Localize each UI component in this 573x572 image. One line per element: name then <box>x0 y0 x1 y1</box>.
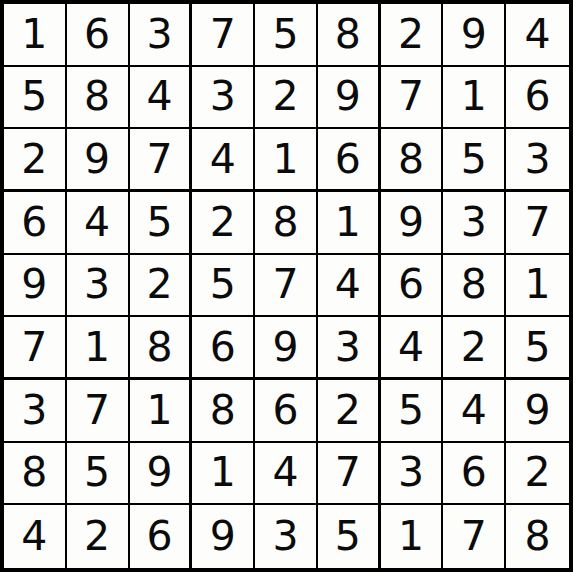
cell-digit: 5 <box>461 139 487 180</box>
cell-r9c7[interactable]: 1 <box>381 505 444 568</box>
cell-r6c3[interactable]: 8 <box>130 317 193 380</box>
cell-digit: 3 <box>84 264 110 305</box>
cell-r9c9[interactable]: 8 <box>506 505 569 568</box>
cell-r5c4[interactable]: 5 <box>192 255 255 318</box>
cell-digit: 2 <box>335 390 361 431</box>
cell-r4c7[interactable]: 9 <box>381 192 444 255</box>
cell-r6c6[interactable]: 3 <box>318 317 381 380</box>
cell-digit: 5 <box>146 202 172 243</box>
cell-digit: 7 <box>398 76 424 117</box>
cell-digit: 6 <box>210 327 236 368</box>
cell-r1c4[interactable]: 7 <box>192 4 255 67</box>
cell-r5c8[interactable]: 8 <box>443 255 506 318</box>
cell-digit: 4 <box>210 139 236 180</box>
cell-digit: 1 <box>272 139 298 180</box>
cell-digit: 7 <box>525 202 551 243</box>
cell-r9c2[interactable]: 2 <box>67 505 130 568</box>
cell-r7c7[interactable]: 5 <box>381 380 444 443</box>
cell-r2c8[interactable]: 1 <box>443 67 506 130</box>
cell-r1c2[interactable]: 6 <box>67 4 130 67</box>
cell-r6c8[interactable]: 2 <box>443 317 506 380</box>
cell-digit: 9 <box>21 264 47 305</box>
cell-digit: 7 <box>272 264 298 305</box>
sudoku-board: 1637582945843297162974168536452819379325… <box>0 0 573 572</box>
cell-digit: 4 <box>398 327 424 368</box>
cell-r3c1[interactable]: 2 <box>4 129 67 192</box>
cell-digit: 2 <box>146 264 172 305</box>
cell-r1c3[interactable]: 3 <box>130 4 193 67</box>
cell-digit: 1 <box>146 390 172 431</box>
cell-digit: 2 <box>398 14 424 55</box>
cell-r3c9[interactable]: 3 <box>506 129 569 192</box>
cell-r5c9[interactable]: 1 <box>506 255 569 318</box>
cell-r3c8[interactable]: 5 <box>443 129 506 192</box>
cell-digit: 4 <box>21 516 47 557</box>
cell-r5c1[interactable]: 9 <box>4 255 67 318</box>
cell-digit: 6 <box>398 264 424 305</box>
cell-r4c4[interactable]: 2 <box>192 192 255 255</box>
cell-digit: 3 <box>461 202 487 243</box>
cell-digit: 2 <box>84 516 110 557</box>
cell-digit: 8 <box>146 327 172 368</box>
cell-digit: 4 <box>84 202 110 243</box>
cell-r2c7[interactable]: 7 <box>381 67 444 130</box>
cell-r5c2[interactable]: 3 <box>67 255 130 318</box>
cell-r2c5[interactable]: 2 <box>255 67 318 130</box>
cell-r2c4[interactable]: 3 <box>192 67 255 130</box>
cell-r7c2[interactable]: 7 <box>67 380 130 443</box>
cell-digit: 2 <box>21 139 47 180</box>
cell-digit: 9 <box>525 390 551 431</box>
cell-digit: 8 <box>210 390 236 431</box>
cell-digit: 2 <box>210 202 236 243</box>
cell-r3c5[interactable]: 1 <box>255 129 318 192</box>
cell-digit: 1 <box>210 452 236 493</box>
cell-r2c1[interactable]: 5 <box>4 67 67 130</box>
cell-digit: 5 <box>335 516 361 557</box>
cell-digit: 1 <box>335 202 361 243</box>
cell-digit: 4 <box>272 452 298 493</box>
cell-digit: 9 <box>84 139 110 180</box>
cell-digit: 5 <box>272 14 298 55</box>
cell-r8c3[interactable]: 9 <box>130 443 193 506</box>
cell-r8c8[interactable]: 6 <box>443 443 506 506</box>
cell-r8c1[interactable]: 8 <box>4 443 67 506</box>
cell-digit: 3 <box>398 452 424 493</box>
cell-digit: 6 <box>21 202 47 243</box>
cell-r2c9[interactable]: 6 <box>506 67 569 130</box>
cell-r7c8[interactable]: 4 <box>443 380 506 443</box>
cell-digit: 9 <box>272 327 298 368</box>
cell-digit: 8 <box>335 14 361 55</box>
cell-r4c2[interactable]: 4 <box>67 192 130 255</box>
cell-r7c3[interactable]: 1 <box>130 380 193 443</box>
cell-r3c6[interactable]: 6 <box>318 129 381 192</box>
cell-r8c2[interactable]: 5 <box>67 443 130 506</box>
cell-digit: 2 <box>272 76 298 117</box>
cell-digit: 3 <box>272 516 298 557</box>
cell-digit: 7 <box>335 452 361 493</box>
cell-r7c4[interactable]: 8 <box>192 380 255 443</box>
cell-r2c3[interactable]: 4 <box>130 67 193 130</box>
cell-r5c5[interactable]: 7 <box>255 255 318 318</box>
cell-digit: 6 <box>335 139 361 180</box>
cell-digit: 9 <box>398 202 424 243</box>
cell-r1c6[interactable]: 8 <box>318 4 381 67</box>
cell-r1c1[interactable]: 1 <box>4 4 67 67</box>
cell-r3c7[interactable]: 8 <box>381 129 444 192</box>
cell-r6c2[interactable]: 1 <box>67 317 130 380</box>
cell-digit: 7 <box>210 14 236 55</box>
cell-digit: 7 <box>84 390 110 431</box>
cell-digit: 9 <box>335 76 361 117</box>
cell-digit: 8 <box>84 76 110 117</box>
cell-r8c4[interactable]: 1 <box>192 443 255 506</box>
cell-digit: 9 <box>461 14 487 55</box>
cell-r9c4[interactable]: 9 <box>192 505 255 568</box>
cell-digit: 5 <box>210 264 236 305</box>
cell-r2c6[interactable]: 9 <box>318 67 381 130</box>
cell-r3c2[interactable]: 9 <box>67 129 130 192</box>
cell-r6c5[interactable]: 9 <box>255 317 318 380</box>
cell-digit: 1 <box>84 327 110 368</box>
cell-digit: 3 <box>21 390 47 431</box>
cell-r1c5[interactable]: 5 <box>255 4 318 67</box>
cell-r1c7[interactable]: 2 <box>381 4 444 67</box>
cell-digit: 5 <box>398 390 424 431</box>
cell-r3c4[interactable]: 4 <box>192 129 255 192</box>
cell-digit: 4 <box>461 390 487 431</box>
cell-r7c5[interactable]: 6 <box>255 380 318 443</box>
cell-r8c9[interactable]: 2 <box>506 443 569 506</box>
cell-r9c8[interactable]: 7 <box>443 505 506 568</box>
cell-digit: 7 <box>461 516 487 557</box>
cell-r1c9[interactable]: 4 <box>506 4 569 67</box>
cell-digit: 2 <box>525 452 551 493</box>
cell-r4c1[interactable]: 6 <box>4 192 67 255</box>
cell-r9c1[interactable]: 4 <box>4 505 67 568</box>
cell-digit: 6 <box>146 516 172 557</box>
cell-r1c8[interactable]: 9 <box>443 4 506 67</box>
cell-digit: 3 <box>210 76 236 117</box>
cell-digit: 7 <box>146 139 172 180</box>
cell-digit: 7 <box>21 327 47 368</box>
cell-r4c8[interactable]: 3 <box>443 192 506 255</box>
cell-r8c7[interactable]: 3 <box>381 443 444 506</box>
cell-digit: 6 <box>461 452 487 493</box>
cell-r8c5[interactable]: 4 <box>255 443 318 506</box>
cell-r6c9[interactable]: 5 <box>506 317 569 380</box>
cell-r9c6[interactable]: 5 <box>318 505 381 568</box>
cell-r3c3[interactable]: 7 <box>130 129 193 192</box>
cell-r5c6[interactable]: 4 <box>318 255 381 318</box>
cell-digit: 8 <box>21 452 47 493</box>
cell-r7c1[interactable]: 3 <box>4 380 67 443</box>
cell-r6c1[interactable]: 7 <box>4 317 67 380</box>
cell-digit: 3 <box>335 327 361 368</box>
cell-digit: 8 <box>272 202 298 243</box>
cell-r6c4[interactable]: 6 <box>192 317 255 380</box>
cell-digit: 4 <box>146 76 172 117</box>
cell-digit: 3 <box>525 139 551 180</box>
cell-digit: 8 <box>525 516 551 557</box>
cell-digit: 5 <box>21 76 47 117</box>
cell-digit: 8 <box>461 264 487 305</box>
cell-digit: 1 <box>398 516 424 557</box>
cell-r5c7[interactable]: 6 <box>381 255 444 318</box>
cell-digit: 5 <box>525 327 551 368</box>
cell-digit: 4 <box>335 264 361 305</box>
cell-r4c3[interactable]: 5 <box>130 192 193 255</box>
cell-r7c6[interactable]: 2 <box>318 380 381 443</box>
cell-r5c3[interactable]: 2 <box>130 255 193 318</box>
cell-r4c5[interactable]: 8 <box>255 192 318 255</box>
cell-digit: 6 <box>272 390 298 431</box>
cell-digit: 6 <box>84 14 110 55</box>
cell-r4c9[interactable]: 7 <box>506 192 569 255</box>
cell-r9c5[interactable]: 3 <box>255 505 318 568</box>
cell-digit: 4 <box>525 14 551 55</box>
cell-r9c3[interactable]: 6 <box>130 505 193 568</box>
cell-digit: 1 <box>21 14 47 55</box>
cell-r6c7[interactable]: 4 <box>381 317 444 380</box>
cell-digit: 1 <box>461 76 487 117</box>
cell-digit: 5 <box>84 452 110 493</box>
cell-r7c9[interactable]: 9 <box>506 380 569 443</box>
cell-digit: 9 <box>146 452 172 493</box>
cell-digit: 6 <box>525 76 551 117</box>
cell-r2c2[interactable]: 8 <box>67 67 130 130</box>
cell-digit: 8 <box>398 139 424 180</box>
cell-digit: 3 <box>146 14 172 55</box>
cell-r8c6[interactable]: 7 <box>318 443 381 506</box>
cell-digit: 1 <box>525 264 551 305</box>
cell-digit: 2 <box>461 327 487 368</box>
cell-r4c6[interactable]: 1 <box>318 192 381 255</box>
cell-digit: 9 <box>210 516 236 557</box>
